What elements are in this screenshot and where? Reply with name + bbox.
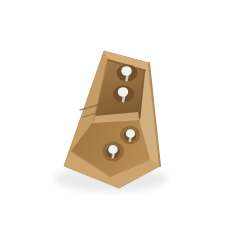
screw-head [121,66,131,76]
screw-head [108,145,117,154]
screw-head [126,129,135,138]
screw-base-lower [102,142,124,162]
product-photo [0,0,225,225]
screw-head [118,87,128,97]
corner-bracket-illustration [0,0,225,225]
screw-base-upper [120,126,140,144]
